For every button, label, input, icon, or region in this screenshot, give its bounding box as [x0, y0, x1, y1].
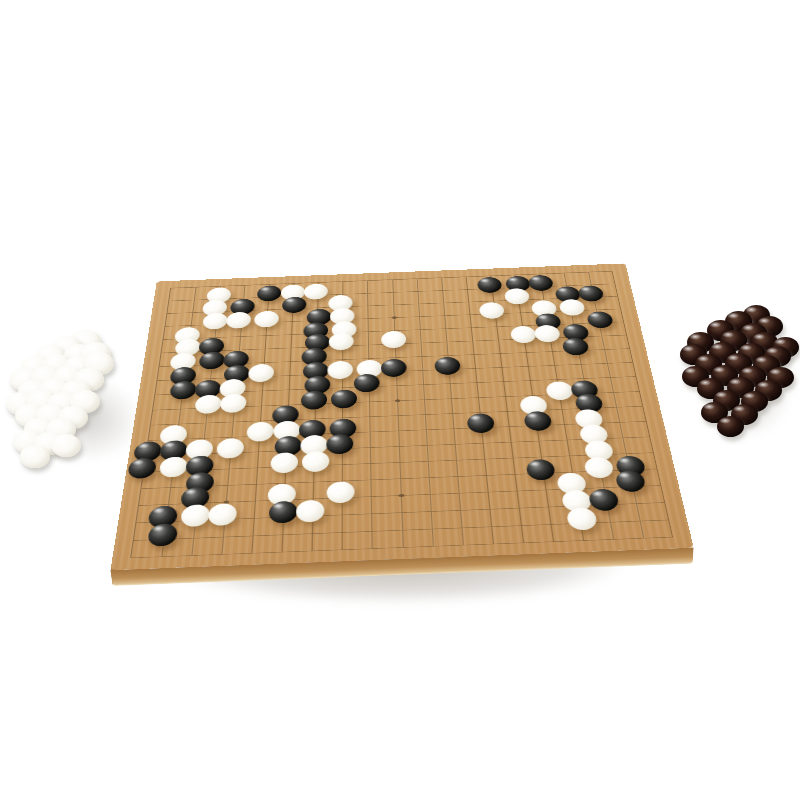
loose-white-stone[interactable]	[51, 434, 81, 457]
loose-white-stone[interactable]	[20, 445, 50, 468]
stones-layer	[130, 270, 673, 557]
white-stone[interactable]	[295, 500, 324, 523]
white-stone[interactable]	[248, 364, 275, 383]
white-stone[interactable]	[247, 421, 275, 441]
white-stone[interactable]	[303, 283, 327, 299]
scene	[0, 0, 800, 800]
white-stone[interactable]	[328, 333, 353, 351]
white-stone[interactable]	[533, 325, 561, 343]
white-stone[interactable]	[327, 361, 353, 380]
black-stone[interactable]	[467, 413, 495, 433]
hoshi-point	[543, 310, 548, 313]
black-stone[interactable]	[268, 501, 297, 524]
black-stone[interactable]	[525, 459, 555, 481]
white-stone[interactable]	[208, 503, 238, 526]
black-stone[interactable]	[381, 359, 407, 378]
black-stone[interactable]	[354, 374, 380, 393]
white-stone[interactable]	[565, 507, 597, 530]
white-stone[interactable]	[479, 302, 505, 319]
black-stone[interactable]	[127, 458, 157, 479]
white-stone[interactable]	[159, 456, 189, 477]
white-stone[interactable]	[583, 457, 614, 479]
white-stone[interactable]	[326, 481, 354, 503]
black-stone[interactable]	[300, 391, 326, 410]
black-stone[interactable]	[147, 523, 178, 547]
white-stone[interactable]	[301, 451, 329, 472]
black-stone[interactable]	[588, 489, 620, 512]
white-stone[interactable]	[216, 438, 245, 459]
white-stone[interactable]	[180, 504, 210, 527]
white-stone[interactable]	[226, 312, 252, 329]
black-stone[interactable]	[614, 470, 646, 492]
loose-black-stone[interactable]	[717, 416, 744, 437]
board-surface[interactable]	[111, 263, 694, 570]
black-stone[interactable]	[523, 411, 552, 431]
white-stone[interactable]	[270, 452, 298, 473]
black-stone[interactable]	[561, 338, 589, 356]
black-stone[interactable]	[326, 434, 353, 455]
black-stone[interactable]	[281, 297, 306, 314]
hoshi-point	[391, 316, 396, 319]
black-stone[interactable]	[331, 389, 357, 408]
